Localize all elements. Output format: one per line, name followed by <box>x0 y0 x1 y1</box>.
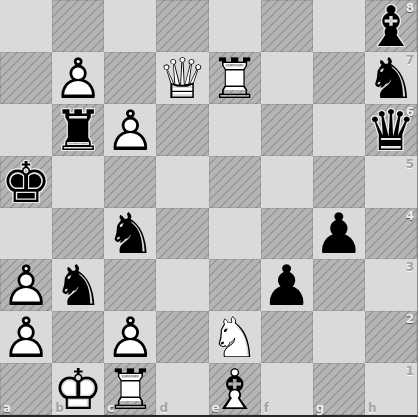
file-label-h: h <box>368 402 377 414</box>
file-label-d: d <box>159 402 168 414</box>
black-knight[interactable]: ♞ <box>52 259 104 311</box>
black-bishop[interactable]: ♝ <box>365 0 417 52</box>
square-e6[interactable] <box>209 104 261 156</box>
square-c7[interactable] <box>104 52 156 104</box>
square-g8[interactable] <box>313 0 365 52</box>
square-c6[interactable]: ♟♙ <box>104 104 156 156</box>
white-knight[interactable]: ♞♘ <box>209 311 261 363</box>
square-e7[interactable]: ♜♖ <box>209 52 261 104</box>
square-b4[interactable] <box>52 208 104 260</box>
square-h1[interactable]: 1h <box>365 363 417 415</box>
square-f7[interactable] <box>261 52 313 104</box>
square-d8[interactable] <box>156 0 208 52</box>
square-c8[interactable] <box>104 0 156 52</box>
white-pawn[interactable]: ♟♙ <box>0 311 52 363</box>
square-c2[interactable]: ♟♙ <box>104 311 156 363</box>
white-bishop[interactable]: ♝♗ <box>209 363 261 415</box>
white-pawn[interactable]: ♟♙ <box>0 259 52 311</box>
file-label-a: a <box>3 402 11 414</box>
white-rook[interactable]: ♜♖ <box>209 52 261 104</box>
piece-fill-layer: ♞ <box>105 206 155 262</box>
square-b1[interactable]: b♚♔ <box>52 363 104 415</box>
square-d5[interactable] <box>156 156 208 208</box>
square-f8[interactable] <box>261 0 313 52</box>
square-h7[interactable]: 7♞ <box>365 52 417 104</box>
square-e4[interactable] <box>209 208 261 260</box>
square-e1[interactable]: e♝♗ <box>209 363 261 415</box>
piece-fill-layer: ♛ <box>366 103 416 159</box>
square-a4[interactable] <box>0 208 52 260</box>
piece-outline-layer: ♖ <box>105 362 155 417</box>
piece-outline-layer: ♗ <box>209 362 259 417</box>
file-label-g: g <box>316 402 325 414</box>
black-pawn[interactable]: ♟ <box>313 208 365 260</box>
square-b6[interactable]: ♜ <box>52 104 104 156</box>
square-h2[interactable]: 2 <box>365 311 417 363</box>
white-rook[interactable]: ♜♖ <box>104 363 156 415</box>
white-queen[interactable]: ♛♕ <box>156 52 208 104</box>
square-h5[interactable]: 5 <box>365 156 417 208</box>
square-d4[interactable] <box>156 208 208 260</box>
square-g4[interactable]: ♟ <box>313 208 365 260</box>
square-g3[interactable] <box>313 259 365 311</box>
square-g7[interactable] <box>313 52 365 104</box>
piece-fill-layer: ♜ <box>53 103 103 159</box>
square-d2[interactable] <box>156 311 208 363</box>
square-c5[interactable] <box>104 156 156 208</box>
square-f3[interactable]: ♟ <box>261 259 313 311</box>
square-f4[interactable] <box>261 208 313 260</box>
piece-outline-layer: ♖ <box>209 51 259 107</box>
square-g6[interactable] <box>313 104 365 156</box>
piece-outline-layer: ♕ <box>157 51 207 107</box>
square-b3[interactable]: ♞ <box>52 259 104 311</box>
square-a3[interactable]: ♟♙ <box>0 259 52 311</box>
square-e2[interactable]: ♞♘ <box>209 311 261 363</box>
square-g1[interactable]: g <box>313 363 365 415</box>
white-king[interactable]: ♚♔ <box>52 363 104 415</box>
square-h3[interactable]: 3 <box>365 259 417 311</box>
square-d1[interactable]: d <box>156 363 208 415</box>
square-h6[interactable]: 6♛ <box>365 104 417 156</box>
square-f2[interactable] <box>261 311 313 363</box>
square-c3[interactable] <box>104 259 156 311</box>
white-pawn[interactable]: ♟♙ <box>104 311 156 363</box>
piece-fill-layer: ♚ <box>1 155 51 211</box>
square-f1[interactable]: f <box>261 363 313 415</box>
chess-board-frame: 8♝♟♙♛♕♜♖7♞♜♟♙6♛♚5♞♟4♟♙♞♟3♟♙♟♙♞♘2ab♚♔c♜♖d… <box>0 0 418 417</box>
white-pawn[interactable]: ♟♙ <box>104 104 156 156</box>
piece-outline-layer: ♙ <box>105 103 155 159</box>
black-king[interactable]: ♚ <box>0 156 52 208</box>
black-rook[interactable]: ♜ <box>52 104 104 156</box>
square-a1[interactable]: a <box>0 363 52 415</box>
file-label-f: f <box>264 402 269 414</box>
square-a6[interactable] <box>0 104 52 156</box>
square-d6[interactable] <box>156 104 208 156</box>
piece-fill-layer: ♟ <box>314 206 364 262</box>
square-f5[interactable] <box>261 156 313 208</box>
square-d3[interactable] <box>156 259 208 311</box>
piece-fill-layer: ♟ <box>262 258 312 314</box>
black-pawn[interactable]: ♟ <box>261 259 313 311</box>
black-knight[interactable]: ♞ <box>104 208 156 260</box>
square-c4[interactable]: ♞ <box>104 208 156 260</box>
white-pawn[interactable]: ♟♙ <box>52 52 104 104</box>
piece-outline-layer: ♔ <box>53 362 103 417</box>
square-a8[interactable] <box>0 0 52 52</box>
square-c1[interactable]: c♜♖ <box>104 363 156 415</box>
piece-outline-layer: ♙ <box>1 310 51 366</box>
rank-label-2: 2 <box>406 313 414 325</box>
square-e8[interactable] <box>209 0 261 52</box>
square-g2[interactable] <box>313 311 365 363</box>
square-b5[interactable] <box>52 156 104 208</box>
black-queen[interactable]: ♛ <box>365 104 417 156</box>
piece-fill-layer: ♞ <box>53 258 103 314</box>
square-a7[interactable] <box>0 52 52 104</box>
square-a5[interactable]: ♚ <box>0 156 52 208</box>
square-d7[interactable]: ♛♕ <box>156 52 208 104</box>
square-e5[interactable] <box>209 156 261 208</box>
square-b2[interactable] <box>52 311 104 363</box>
rank-label-4: 4 <box>406 210 414 222</box>
square-h4[interactable]: 4 <box>365 208 417 260</box>
square-g5[interactable] <box>313 156 365 208</box>
square-e3[interactable] <box>209 259 261 311</box>
square-b7[interactable]: ♟♙ <box>52 52 104 104</box>
rank-label-3: 3 <box>406 261 414 273</box>
black-knight[interactable]: ♞ <box>365 52 417 104</box>
chess-board: 8♝♟♙♛♕♜♖7♞♜♟♙6♛♚5♞♟4♟♙♞♟3♟♙♟♙♞♘2ab♚♔c♜♖d… <box>0 0 417 415</box>
square-b8[interactable] <box>52 0 104 52</box>
square-a2[interactable]: ♟♙ <box>0 311 52 363</box>
square-f6[interactable] <box>261 104 313 156</box>
square-h8[interactable]: 8♝ <box>365 0 417 52</box>
rank-label-1: 1 <box>406 365 414 377</box>
